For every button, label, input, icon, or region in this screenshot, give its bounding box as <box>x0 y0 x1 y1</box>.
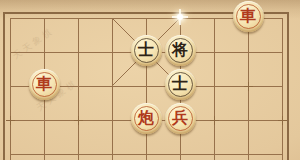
board-cell <box>79 53 113 87</box>
board-cell <box>249 53 283 87</box>
board-cell-stub <box>45 155 79 160</box>
board-cell-stub <box>249 155 283 160</box>
board-cell-stub <box>113 155 147 160</box>
piece-glyph: 車 <box>240 8 256 24</box>
piece-black-general[interactable]: 将 <box>165 35 196 66</box>
piece-glyph: 兵 <box>172 110 188 126</box>
piece-red-chariot-right[interactable]: 車 <box>233 1 264 32</box>
board-cell <box>215 87 249 121</box>
star-point-marker <box>278 116 287 125</box>
board-cell <box>79 121 113 155</box>
board-cell-stub <box>11 155 45 160</box>
piece-glyph: 炮 <box>138 110 154 126</box>
board-cell <box>11 121 45 155</box>
piece-glyph: 士 <box>138 42 154 58</box>
piece-red-soldier[interactable]: 兵 <box>165 103 196 134</box>
xiangqi-board-screenshot: 天天象棋 天天象棋 車士将車士炮兵 <box>0 0 300 160</box>
board-cell-stub <box>215 155 249 160</box>
board-cell <box>45 121 79 155</box>
piece-glyph: 将 <box>172 42 188 58</box>
board-cell <box>79 87 113 121</box>
board-cell-stub <box>181 155 215 160</box>
board-cell <box>45 19 79 53</box>
star-point-marker <box>210 116 219 125</box>
piece-glyph: 士 <box>172 76 188 92</box>
piece-black-advisor-center[interactable]: 士 <box>131 35 162 66</box>
board-cell <box>79 19 113 53</box>
piece-black-advisor-low[interactable]: 士 <box>165 69 196 100</box>
star-point-marker <box>244 82 253 91</box>
board-cell <box>215 121 249 155</box>
board-cell-stub <box>79 155 113 160</box>
star-point-marker <box>74 116 83 125</box>
piece-red-chariot-left[interactable]: 車 <box>29 69 60 100</box>
piece-glyph: 車 <box>36 76 52 92</box>
piece-red-cannon[interactable]: 炮 <box>131 103 162 134</box>
board-cell-stub <box>147 155 181 160</box>
board-cell <box>11 19 45 53</box>
star-point-marker <box>6 116 15 125</box>
board-cell <box>249 121 283 155</box>
